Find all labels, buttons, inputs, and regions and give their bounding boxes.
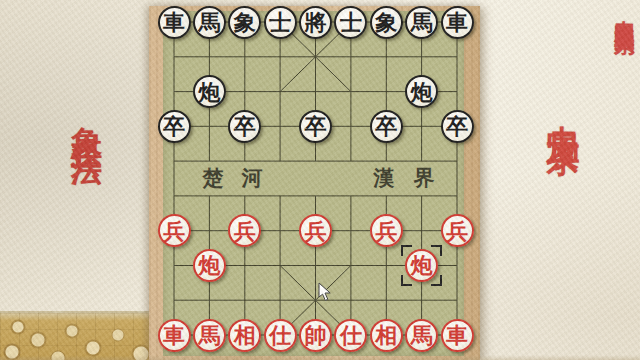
piece-red-相[interactable]: 相 xyxy=(228,319,261,352)
left-title-calligraphy: 象棋兵法 xyxy=(66,102,108,138)
piece-black-馬[interactable]: 馬 xyxy=(193,6,226,39)
piece-red-兵[interactable]: 兵 xyxy=(299,214,332,247)
piece-black-車[interactable]: 車 xyxy=(441,6,474,39)
video-frame: 象棋兵法 中局攻杀 中国象棋宝典系列 楚 河 漢 界 車馬象士將士象馬車炮炮卒卒… xyxy=(0,0,640,360)
piece-black-炮[interactable]: 炮 xyxy=(405,75,438,108)
piece-red-兵[interactable]: 兵 xyxy=(158,214,191,247)
piece-red-兵[interactable]: 兵 xyxy=(441,214,474,247)
xiangqi-board[interactable]: 楚 河 漢 界 xyxy=(149,6,480,360)
piece-red-馬[interactable]: 馬 xyxy=(193,319,226,352)
right-title-calligraphy: 中局攻杀 xyxy=(540,99,585,123)
piece-black-卒[interactable]: 卒 xyxy=(441,110,474,143)
piece-black-士[interactable]: 士 xyxy=(334,6,367,39)
stone-board-photo xyxy=(0,311,154,360)
piece-red-兵[interactable]: 兵 xyxy=(370,214,403,247)
piece-black-象[interactable]: 象 xyxy=(370,6,403,39)
piece-black-卒[interactable]: 卒 xyxy=(370,110,403,143)
piece-red-帥[interactable]: 帥 xyxy=(299,319,332,352)
piece-black-將[interactable]: 將 xyxy=(299,6,332,39)
piece-black-卒[interactable]: 卒 xyxy=(158,110,191,143)
bottom-edge-shading xyxy=(0,355,640,360)
piece-red-炮[interactable]: 炮 xyxy=(405,249,438,282)
piece-black-卒[interactable]: 卒 xyxy=(228,110,261,143)
series-title: 中国象棋宝典系列 xyxy=(612,5,639,21)
piece-black-象[interactable]: 象 xyxy=(228,6,261,39)
piece-black-炮[interactable]: 炮 xyxy=(193,75,226,108)
piece-red-仕[interactable]: 仕 xyxy=(264,319,297,352)
piece-red-仕[interactable]: 仕 xyxy=(334,319,367,352)
piece-black-士[interactable]: 士 xyxy=(264,6,297,39)
river-label-han: 漢 xyxy=(374,164,395,192)
river-label-he: 河 xyxy=(242,164,263,192)
piece-black-卒[interactable]: 卒 xyxy=(299,110,332,143)
piece-red-相[interactable]: 相 xyxy=(370,319,403,352)
piece-black-馬[interactable]: 馬 xyxy=(405,6,438,39)
river-label-chu: 楚 xyxy=(203,164,224,192)
piece-red-炮[interactable]: 炮 xyxy=(193,249,226,282)
piece-black-車[interactable]: 車 xyxy=(158,6,191,39)
piece-red-車[interactable]: 車 xyxy=(158,319,191,352)
piece-red-馬[interactable]: 馬 xyxy=(405,319,438,352)
piece-red-車[interactable]: 車 xyxy=(441,319,474,352)
river-label-jie: 界 xyxy=(414,164,435,192)
